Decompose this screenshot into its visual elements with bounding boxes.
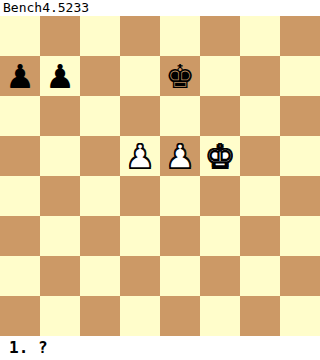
square-c2[interactable]	[80, 256, 120, 296]
square-h8[interactable]	[280, 16, 320, 56]
square-f3[interactable]	[200, 216, 240, 256]
square-d4[interactable]	[120, 176, 160, 216]
square-d1[interactable]	[120, 296, 160, 336]
square-b4[interactable]	[40, 176, 80, 216]
square-g7[interactable]	[240, 56, 280, 96]
square-g3[interactable]	[240, 216, 280, 256]
square-a8[interactable]	[0, 16, 40, 56]
square-h4[interactable]	[280, 176, 320, 216]
square-a7[interactable]: ♟	[0, 56, 40, 96]
square-c7[interactable]	[80, 56, 120, 96]
square-b3[interactable]	[40, 216, 80, 256]
square-f1[interactable]	[200, 296, 240, 336]
chess-diagram-page: Bench4.5233 ♟♟♚♟♟♚ 1. ?	[0, 0, 320, 360]
chess-board: ♟♟♚♟♟♚	[0, 16, 320, 336]
square-c3[interactable]	[80, 216, 120, 256]
square-d5[interactable]: ♟	[120, 136, 160, 176]
square-e5[interactable]: ♟	[160, 136, 200, 176]
square-h3[interactable]	[280, 216, 320, 256]
square-b1[interactable]	[40, 296, 80, 336]
square-b7[interactable]: ♟	[40, 56, 80, 96]
square-g1[interactable]	[240, 296, 280, 336]
square-h2[interactable]	[280, 256, 320, 296]
square-b8[interactable]	[40, 16, 80, 56]
square-e6[interactable]	[160, 96, 200, 136]
square-h6[interactable]	[280, 96, 320, 136]
square-h1[interactable]	[280, 296, 320, 336]
black-king[interactable]: ♚	[160, 56, 200, 96]
square-g6[interactable]	[240, 96, 280, 136]
square-d3[interactable]	[120, 216, 160, 256]
page-title: Bench4.5233	[0, 0, 320, 16]
square-g2[interactable]	[240, 256, 280, 296]
square-b5[interactable]	[40, 136, 80, 176]
square-f5[interactable]: ♚	[200, 136, 240, 176]
square-e3[interactable]	[160, 216, 200, 256]
square-b6[interactable]	[40, 96, 80, 136]
black-pawn[interactable]: ♟	[40, 56, 80, 96]
move-prompt: 1. ?	[0, 336, 320, 360]
square-d6[interactable]	[120, 96, 160, 136]
square-d8[interactable]	[120, 16, 160, 56]
square-c5[interactable]	[80, 136, 120, 176]
square-h7[interactable]	[280, 56, 320, 96]
square-c6[interactable]	[80, 96, 120, 136]
square-c8[interactable]	[80, 16, 120, 56]
square-h5[interactable]	[280, 136, 320, 176]
square-f4[interactable]	[200, 176, 240, 216]
square-g4[interactable]	[240, 176, 280, 216]
square-g5[interactable]	[240, 136, 280, 176]
square-e4[interactable]	[160, 176, 200, 216]
square-f8[interactable]	[200, 16, 240, 56]
white-pawn[interactable]: ♟	[160, 136, 200, 176]
square-e1[interactable]	[160, 296, 200, 336]
square-a5[interactable]	[0, 136, 40, 176]
square-f7[interactable]	[200, 56, 240, 96]
white-pawn[interactable]: ♟	[120, 136, 160, 176]
square-a3[interactable]	[0, 216, 40, 256]
square-f2[interactable]	[200, 256, 240, 296]
square-g8[interactable]	[240, 16, 280, 56]
square-a4[interactable]	[0, 176, 40, 216]
square-b2[interactable]	[40, 256, 80, 296]
square-a2[interactable]	[0, 256, 40, 296]
square-d2[interactable]	[120, 256, 160, 296]
square-d7[interactable]	[120, 56, 160, 96]
square-c1[interactable]	[80, 296, 120, 336]
square-e7[interactable]: ♚	[160, 56, 200, 96]
square-c4[interactable]	[80, 176, 120, 216]
square-a6[interactable]	[0, 96, 40, 136]
square-e2[interactable]	[160, 256, 200, 296]
square-f6[interactable]	[200, 96, 240, 136]
square-e8[interactable]	[160, 16, 200, 56]
square-a1[interactable]	[0, 296, 40, 336]
black-pawn[interactable]: ♟	[0, 56, 40, 96]
white-king[interactable]: ♚	[200, 136, 240, 176]
